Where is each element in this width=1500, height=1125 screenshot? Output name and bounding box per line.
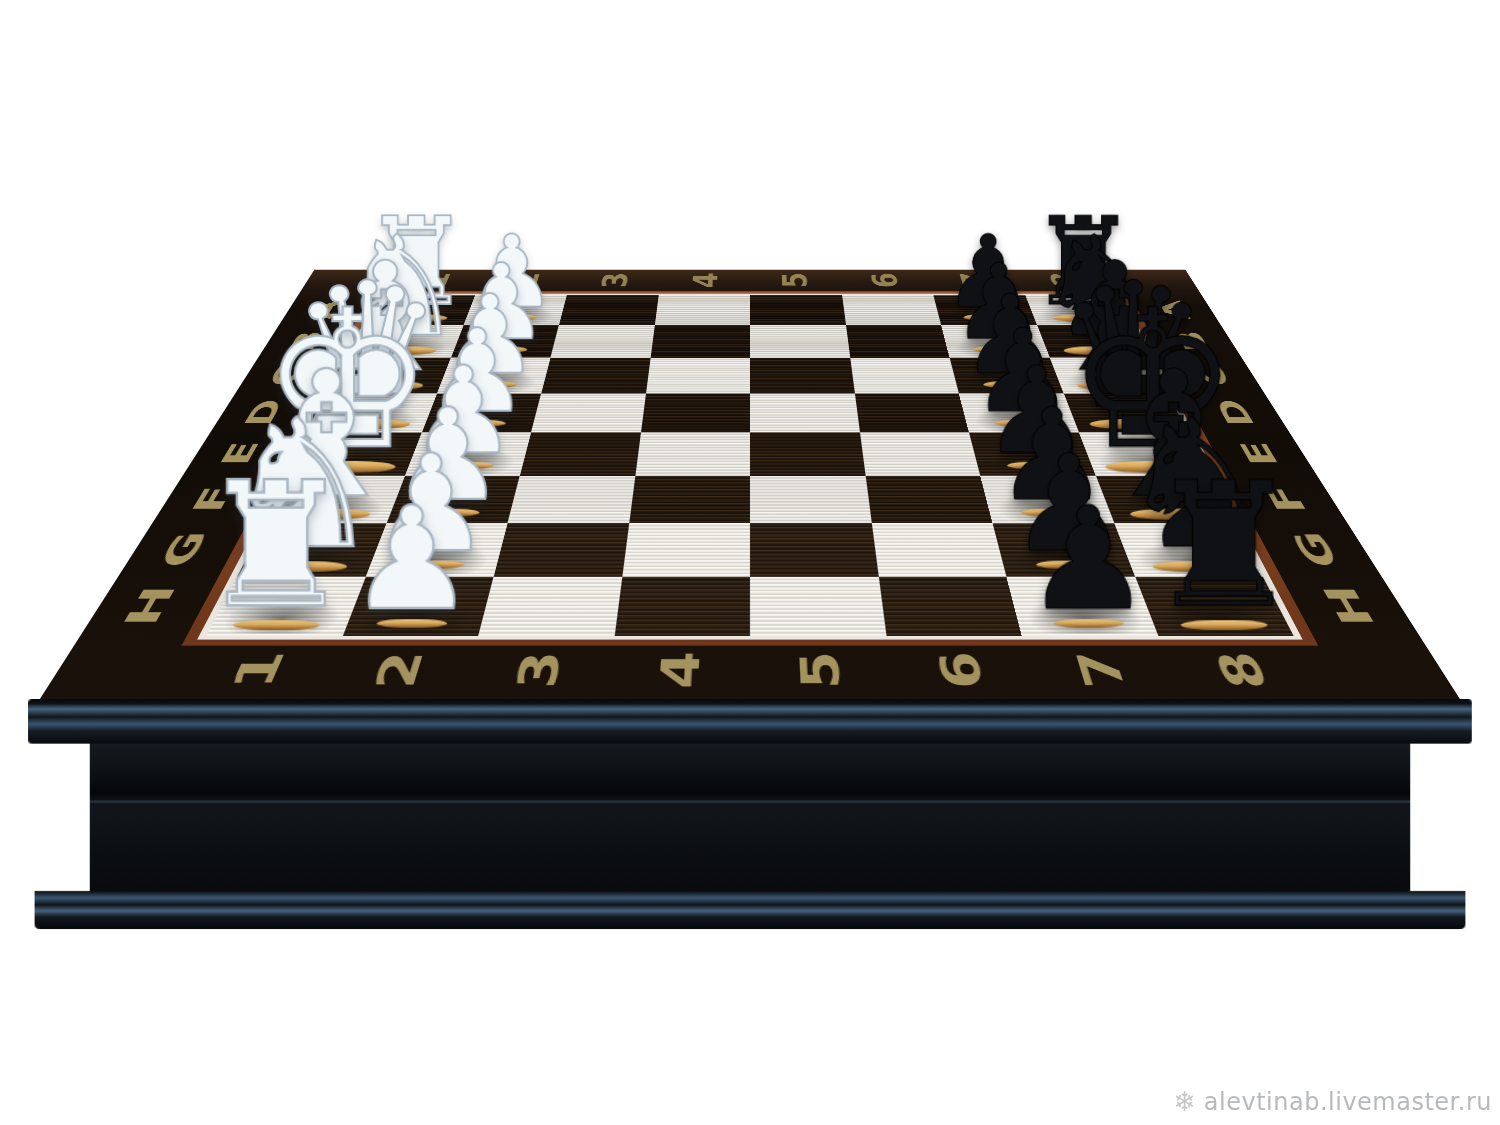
- box-lid-band: [90, 744, 1410, 794]
- square-e3[interactable]: [520, 432, 641, 475]
- rank-labels-front: 12345678: [175, 644, 1326, 697]
- rank-label-back-6: 6: [846, 251, 927, 312]
- square-f5[interactable]: [750, 476, 871, 524]
- rank-label-back-5: 5: [760, 251, 833, 312]
- square-f6[interactable]: [865, 476, 992, 524]
- black-pawn[interactable]: ♟: [1024, 488, 1151, 630]
- square-h2[interactable]: ♟: [342, 576, 493, 636]
- square-b6[interactable]: [846, 325, 950, 358]
- square-g4[interactable]: [622, 523, 750, 576]
- square-d3[interactable]: [531, 393, 646, 432]
- square-c4[interactable]: [646, 358, 750, 394]
- product-photo: ♜♟♟♜♞♟♟♞♝♟♟♝♛♟♟♛♚♟♟♚♝♟♟♝♞♟♟♞♜♟♟♜ 1234567…: [0, 0, 1500, 1125]
- square-f3[interactable]: [507, 476, 634, 524]
- chess-board-box: ♜♟♟♜♞♟♟♞♝♟♟♝♛♟♟♛♚♟♟♚♝♟♟♝♞♟♟♞♜♟♟♜ 1234567…: [40, 270, 1460, 699]
- square-h7[interactable]: ♟: [1006, 576, 1157, 636]
- square-d6[interactable]: [854, 393, 969, 432]
- square-g3[interactable]: [494, 523, 629, 576]
- square-c3[interactable]: [541, 358, 650, 394]
- square-g5[interactable]: [750, 523, 878, 576]
- square-c5[interactable]: [750, 358, 854, 394]
- square-h1[interactable]: ♜: [206, 576, 365, 636]
- box-body: [90, 794, 1410, 891]
- white-pawn[interactable]: ♟: [348, 488, 475, 630]
- rank-label-front-5: 5: [764, 600, 884, 749]
- white-rook[interactable]: ♜: [198, 459, 353, 632]
- watermark: ❄ alevtinab.livemaster.ru: [1173, 1086, 1492, 1117]
- snowflake-logo-icon: ❄: [1173, 1086, 1196, 1117]
- square-b5[interactable]: [750, 325, 850, 358]
- square-e4[interactable]: [635, 432, 750, 475]
- watermark-text: alevtinab.livemaster.ru: [1204, 1088, 1492, 1116]
- black-rook[interactable]: ♜: [1146, 459, 1301, 632]
- squares: ♜♟♟♜♞♟♟♞♝♟♟♝♛♟♟♛♚♟♟♚♝♟♟♝♞♟♟♞♜♟♟♜: [206, 295, 1293, 636]
- rank-label-back-3: 3: [573, 251, 654, 312]
- square-d5[interactable]: [750, 393, 860, 432]
- square-b3[interactable]: [550, 325, 654, 358]
- square-d4[interactable]: [640, 393, 750, 432]
- rank-label-back-4: 4: [667, 251, 740, 312]
- square-g6[interactable]: [871, 523, 1006, 576]
- square-e6[interactable]: [860, 432, 981, 475]
- square-c6[interactable]: [850, 358, 959, 394]
- square-b4[interactable]: [650, 325, 750, 358]
- square-f4[interactable]: [629, 476, 750, 524]
- box-base-molding: [35, 891, 1466, 929]
- square-h8[interactable]: ♜: [1135, 576, 1294, 636]
- square-e5[interactable]: [750, 432, 865, 475]
- scene: ♜♟♟♜♞♟♟♞♝♟♟♝♛♟♟♛♚♟♟♚♝♟♟♝♞♟♟♞♜♟♟♜ 1234567…: [0, 0, 1500, 1125]
- rank-label-front-4: 4: [616, 600, 736, 749]
